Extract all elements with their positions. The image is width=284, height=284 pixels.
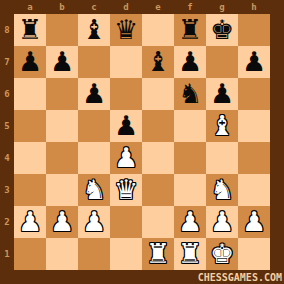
square-b2[interactable]: ♟ (46, 206, 78, 238)
piece-white-bishop-g5[interactable]: ♝ (206, 110, 238, 142)
piece-black-pawn-a7[interactable]: ♟ (14, 46, 46, 78)
square-c7[interactable] (78, 46, 110, 78)
piece-white-pawn-b2[interactable]: ♟ (46, 206, 78, 238)
site-label: CHESSGAMES.COM (198, 272, 282, 283)
file-label-h: h (238, 0, 270, 14)
square-c2[interactable]: ♟ (78, 206, 110, 238)
rank-label-7: 7 (0, 46, 14, 78)
square-f2[interactable]: ♟ (174, 206, 206, 238)
piece-black-king-g8[interactable]: ♚ (206, 14, 238, 46)
square-f4[interactable] (174, 142, 206, 174)
square-h1[interactable] (238, 238, 270, 270)
square-e2[interactable] (142, 206, 174, 238)
square-e6[interactable] (142, 78, 174, 110)
rank-label-5: 5 (0, 110, 14, 142)
square-e5[interactable] (142, 110, 174, 142)
square-h3[interactable] (238, 174, 270, 206)
square-e7[interactable]: ♝ (142, 46, 174, 78)
piece-white-rook-e1[interactable]: ♜ (142, 238, 174, 270)
file-label-c: c (78, 0, 110, 14)
file-labels: a b c d e f g h (14, 0, 270, 14)
square-h4[interactable] (238, 142, 270, 174)
square-h2[interactable]: ♟ (238, 206, 270, 238)
file-label-e: e (142, 0, 174, 14)
square-g8[interactable]: ♚ (206, 14, 238, 46)
square-b1[interactable] (46, 238, 78, 270)
square-d3[interactable]: ♛ (110, 174, 142, 206)
square-g1[interactable]: ♚ (206, 238, 238, 270)
square-a8[interactable]: ♜ (14, 14, 46, 46)
square-c1[interactable] (78, 238, 110, 270)
square-f8[interactable]: ♜ (174, 14, 206, 46)
piece-black-pawn-g6[interactable]: ♟ (206, 78, 238, 110)
square-f1[interactable]: ♜ (174, 238, 206, 270)
piece-white-pawn-c2[interactable]: ♟ (78, 206, 110, 238)
square-d2[interactable] (110, 206, 142, 238)
chess-board-frame: a b c d e f g h 8 7 6 5 4 3 2 1 ♜♝♛♜♚♟♟♝… (0, 0, 284, 284)
square-h5[interactable] (238, 110, 270, 142)
square-d6[interactable] (110, 78, 142, 110)
rank-label-4: 4 (0, 142, 14, 174)
file-label-a: a (14, 0, 46, 14)
file-label-f: f (174, 0, 206, 14)
piece-black-queen-d8[interactable]: ♛ (110, 14, 142, 46)
square-a3[interactable] (14, 174, 46, 206)
square-g6[interactable]: ♟ (206, 78, 238, 110)
piece-white-knight-c3[interactable]: ♞ (78, 174, 110, 206)
square-f3[interactable] (174, 174, 206, 206)
square-a5[interactable] (14, 110, 46, 142)
rank-label-8: 8 (0, 14, 14, 46)
square-a1[interactable] (14, 238, 46, 270)
square-b4[interactable] (46, 142, 78, 174)
square-c8[interactable]: ♝ (78, 14, 110, 46)
square-f6[interactable]: ♞ (174, 78, 206, 110)
square-e4[interactable] (142, 142, 174, 174)
square-e1[interactable]: ♜ (142, 238, 174, 270)
square-a4[interactable] (14, 142, 46, 174)
square-d7[interactable] (110, 46, 142, 78)
piece-black-rook-a8[interactable]: ♜ (14, 14, 46, 46)
square-c3[interactable]: ♞ (78, 174, 110, 206)
square-g2[interactable]: ♟ (206, 206, 238, 238)
piece-black-rook-f8[interactable]: ♜ (174, 14, 206, 46)
piece-black-pawn-d5[interactable]: ♟ (110, 110, 142, 142)
square-a6[interactable] (14, 78, 46, 110)
piece-black-pawn-c6[interactable]: ♟ (78, 78, 110, 110)
piece-white-pawn-h2[interactable]: ♟ (238, 206, 270, 238)
rank-label-1: 1 (0, 238, 14, 270)
rank-label-6: 6 (0, 78, 14, 110)
square-f7[interactable]: ♟ (174, 46, 206, 78)
square-a7[interactable]: ♟ (14, 46, 46, 78)
square-d1[interactable] (110, 238, 142, 270)
piece-white-pawn-a2[interactable]: ♟ (14, 206, 46, 238)
square-c4[interactable] (78, 142, 110, 174)
square-a2[interactable]: ♟ (14, 206, 46, 238)
piece-black-pawn-b7[interactable]: ♟ (46, 46, 78, 78)
rank-labels: 8 7 6 5 4 3 2 1 (0, 14, 14, 270)
piece-black-pawn-f7[interactable]: ♟ (174, 46, 206, 78)
square-b6[interactable] (46, 78, 78, 110)
square-f5[interactable] (174, 110, 206, 142)
piece-white-queen-d3[interactable]: ♛ (110, 174, 142, 206)
square-g4[interactable] (206, 142, 238, 174)
piece-white-pawn-d4[interactable]: ♟ (110, 142, 142, 174)
rank-label-2: 2 (0, 206, 14, 238)
square-g5[interactable]: ♝ (206, 110, 238, 142)
square-g7[interactable] (206, 46, 238, 78)
square-g3[interactable]: ♞ (206, 174, 238, 206)
piece-white-knight-g3[interactable]: ♞ (206, 174, 238, 206)
piece-black-knight-f6[interactable]: ♞ (174, 78, 206, 110)
square-b3[interactable] (46, 174, 78, 206)
square-d5[interactable]: ♟ (110, 110, 142, 142)
square-h7[interactable]: ♟ (238, 46, 270, 78)
piece-black-bishop-c8[interactable]: ♝ (78, 14, 110, 46)
file-label-d: d (110, 0, 142, 14)
square-c5[interactable] (78, 110, 110, 142)
piece-white-pawn-f2[interactable]: ♟ (174, 206, 206, 238)
piece-white-pawn-g2[interactable]: ♟ (206, 206, 238, 238)
chess-board: ♜♝♛♜♚♟♟♝♟♟♟♞♟♟♝♟♞♛♞♟♟♟♟♟♟♜♜♚ (14, 14, 270, 270)
square-c6[interactable]: ♟ (78, 78, 110, 110)
square-b8[interactable] (46, 14, 78, 46)
square-h6[interactable] (238, 78, 270, 110)
piece-black-bishop-e7[interactable]: ♝ (142, 46, 174, 78)
square-b7[interactable]: ♟ (46, 46, 78, 78)
file-label-b: b (46, 0, 78, 14)
square-d8[interactable]: ♛ (110, 14, 142, 46)
square-e3[interactable] (142, 174, 174, 206)
square-d4[interactable]: ♟ (110, 142, 142, 174)
rank-label-3: 3 (0, 174, 14, 206)
piece-white-rook-f1[interactable]: ♜ (174, 238, 206, 270)
square-e8[interactable] (142, 14, 174, 46)
file-label-g: g (206, 0, 238, 14)
square-h8[interactable] (238, 14, 270, 46)
square-b5[interactable] (46, 110, 78, 142)
piece-black-pawn-h7[interactable]: ♟ (238, 46, 270, 78)
piece-white-king-g1[interactable]: ♚ (206, 238, 238, 270)
